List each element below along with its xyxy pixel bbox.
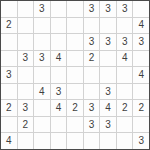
cell-r3c7[interactable]: 3	[100, 34, 116, 50]
cell-r4c9[interactable]	[133, 51, 149, 67]
cell-r4c8[interactable]: 4	[117, 51, 133, 67]
cell-r1c4[interactable]	[51, 1, 67, 17]
cell-r5c2[interactable]	[18, 67, 34, 83]
cell-r2c5[interactable]	[67, 18, 83, 34]
cell-r8c3[interactable]	[34, 117, 50, 133]
cell-r4c3[interactable]: 3	[34, 51, 50, 67]
cell-r6c6[interactable]	[84, 84, 100, 100]
cell-r9c6[interactable]	[84, 133, 100, 149]
cell-r9c3[interactable]	[34, 133, 50, 149]
cell-r6c8[interactable]	[117, 84, 133, 100]
cell-r6c1[interactable]	[1, 84, 17, 100]
cell-r2c6[interactable]	[84, 18, 100, 34]
cell-r7c1[interactable]: 2	[1, 100, 17, 116]
cell-r2c4[interactable]	[51, 18, 67, 34]
cell-r1c3[interactable]: 3	[34, 1, 50, 17]
cell-r2c3[interactable]	[34, 18, 50, 34]
cell-r8c5[interactable]	[67, 117, 83, 133]
cell-r3c2[interactable]	[18, 34, 34, 50]
cell-r3c3[interactable]	[34, 34, 50, 50]
cell-r3c5[interactable]	[67, 34, 83, 50]
cell-r5c4[interactable]	[51, 67, 67, 83]
cell-r7c3[interactable]	[34, 100, 50, 116]
cell-r9c9[interactable]: 3	[133, 133, 149, 149]
cell-r2c7[interactable]	[100, 18, 116, 34]
cell-r3c4[interactable]	[51, 34, 67, 50]
cell-r9c8[interactable]	[117, 133, 133, 149]
cell-r4c7[interactable]	[100, 51, 116, 67]
cell-r6c9[interactable]	[133, 84, 149, 100]
cell-r4c5[interactable]	[67, 51, 83, 67]
cell-r5c5[interactable]	[67, 67, 83, 83]
cell-r2c2[interactable]	[18, 18, 34, 34]
cell-r9c7[interactable]	[100, 133, 116, 149]
cell-r5c1[interactable]: 3	[1, 67, 17, 83]
cell-r1c8[interactable]: 3	[117, 1, 133, 17]
cell-r7c6[interactable]: 3	[84, 100, 100, 116]
puzzle-board-container: 333324333333424344332342342223343	[0, 0, 150, 150]
cell-r4c2[interactable]: 3	[18, 51, 34, 67]
cell-r2c9[interactable]: 4	[133, 18, 149, 34]
cell-r7c8[interactable]: 2	[117, 100, 133, 116]
cell-r5c8[interactable]	[117, 67, 133, 83]
cell-r2c1[interactable]: 2	[1, 18, 17, 34]
cell-r8c1[interactable]	[1, 117, 17, 133]
cell-r6c5[interactable]	[67, 84, 83, 100]
cell-r7c2[interactable]: 3	[18, 100, 34, 116]
cell-r5c9[interactable]: 4	[133, 67, 149, 83]
cell-r5c6[interactable]	[84, 67, 100, 83]
cell-r4c4[interactable]: 4	[51, 51, 67, 67]
cell-r5c7[interactable]	[100, 67, 116, 83]
cell-r9c2[interactable]	[18, 133, 34, 149]
cell-r3c9[interactable]: 3	[133, 34, 149, 50]
cell-r3c8[interactable]: 3	[117, 34, 133, 50]
cell-r8c9[interactable]	[133, 117, 149, 133]
cell-r8c6[interactable]: 3	[84, 117, 100, 133]
cell-r8c8[interactable]	[117, 117, 133, 133]
cell-r4c1[interactable]	[1, 51, 17, 67]
cell-r7c9[interactable]: 2	[133, 100, 149, 116]
cell-r8c4[interactable]	[51, 117, 67, 133]
cell-r6c2[interactable]	[18, 84, 34, 100]
cell-r1c2[interactable]	[18, 1, 34, 17]
cell-r3c1[interactable]	[1, 34, 17, 50]
cell-r4c6[interactable]: 2	[84, 51, 100, 67]
cell-r1c1[interactable]	[1, 1, 17, 17]
cell-r1c5[interactable]	[67, 1, 83, 17]
cell-r1c9[interactable]	[133, 1, 149, 17]
cell-r3c6[interactable]: 3	[84, 34, 100, 50]
cell-r2c8[interactable]	[117, 18, 133, 34]
cell-r1c7[interactable]: 3	[100, 1, 116, 17]
cell-r8c7[interactable]: 3	[100, 117, 116, 133]
cell-r7c7[interactable]: 4	[100, 100, 116, 116]
cell-r6c3[interactable]: 4	[34, 84, 50, 100]
cell-r9c4[interactable]	[51, 133, 67, 149]
cell-r9c5[interactable]	[67, 133, 83, 149]
puzzle-grid: 333324333333424344332342342223343	[0, 0, 150, 150]
cell-r8c2[interactable]: 2	[18, 117, 34, 133]
cell-r5c3[interactable]	[34, 67, 50, 83]
cell-r9c1[interactable]: 4	[1, 133, 17, 149]
cell-r7c5[interactable]: 2	[67, 100, 83, 116]
cell-r1c6[interactable]: 3	[84, 1, 100, 17]
cell-r6c7[interactable]: 3	[100, 84, 116, 100]
cell-r7c4[interactable]: 4	[51, 100, 67, 116]
cell-r6c4[interactable]: 3	[51, 84, 67, 100]
